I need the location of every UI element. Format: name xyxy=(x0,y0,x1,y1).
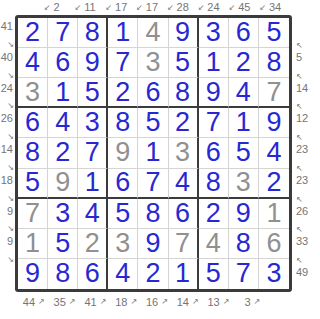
diagonal-sum-label: 26 xyxy=(296,206,308,217)
diagonal-sum-label: 13 xyxy=(207,297,219,308)
arrow-down-left-icon: ↙ xyxy=(259,4,266,13)
cell-r5c7[interactable]: 6 xyxy=(199,138,229,168)
cell-r9c4[interactable]: 4 xyxy=(108,259,138,289)
arrow-up-right-icon: ↗ xyxy=(254,297,261,306)
cell-r1c9[interactable]: 5 xyxy=(259,18,289,48)
cell-r8c2[interactable]: 5 xyxy=(48,229,78,259)
cell-r6c1[interactable]: 5 xyxy=(18,169,48,199)
diagonal-sum-label: 23 xyxy=(296,175,308,186)
cell-r1c4[interactable]: 1 xyxy=(108,18,138,48)
cell-r8c9[interactable]: 6 xyxy=(259,229,289,259)
arrow-down-right-icon: ↘ xyxy=(7,164,14,172)
little-killer-sudoku: ↙2↙11↙17↙17↙28↙24↙45↙34 41↘40↘24↘26↘14↘1… xyxy=(0,0,320,319)
cell-r9c5[interactable]: 2 xyxy=(138,259,168,289)
diagonal-sum-label: 11 xyxy=(84,2,95,13)
arrow-up-right-icon: ↗ xyxy=(161,297,168,306)
cell-r3c5[interactable]: 6 xyxy=(138,78,168,108)
cell-r7c5[interactable]: 8 xyxy=(138,199,168,229)
arrow-down-left-icon: ↙ xyxy=(167,4,174,13)
cell-r4c6[interactable]: 2 xyxy=(169,108,199,138)
clue-right-row9: ↖49 xyxy=(292,261,320,292)
clue-top-col2: ↙2 xyxy=(46,0,77,15)
arrow-down-right-icon: ↘ xyxy=(7,102,14,110)
clue-left-row1: 41↘ xyxy=(0,15,15,46)
diagonal-sum-label: 41 xyxy=(1,21,13,32)
arrow-up-left-icon: ↖ xyxy=(296,196,303,204)
cell-r6c2[interactable]: 9 xyxy=(48,169,78,199)
cell-r6c8[interactable]: 3 xyxy=(229,169,259,199)
cell-r7c3[interactable]: 4 xyxy=(78,199,108,229)
clue-bottom-col4: 18↗ xyxy=(107,292,138,319)
clue-bottom-col9 xyxy=(261,292,292,319)
cell-r4c5[interactable]: 5 xyxy=(138,108,168,138)
right-clues: ↖5↖14↖12↖23↖23↖26↖33↖49 xyxy=(292,15,320,292)
diagonal-sum-label: 18 xyxy=(115,297,127,308)
cell-r5c6[interactable]: 3 xyxy=(169,138,199,168)
arrow-up-left-icon: ↖ xyxy=(296,257,303,265)
diagonal-sum-label: 24 xyxy=(1,83,13,94)
clue-left-row7: 9↘ xyxy=(0,200,15,231)
cell-r1c1[interactable]: 2 xyxy=(18,18,48,48)
cell-r5c4[interactable]: 9 xyxy=(108,138,138,168)
cell-r2c3[interactable]: 9 xyxy=(78,48,108,78)
clue-top-col5: ↙17 xyxy=(138,0,169,15)
arrow-up-left-icon: ↖ xyxy=(296,103,303,111)
arrow-up-left-icon: ↖ xyxy=(296,165,303,173)
cell-r2c2[interactable]: 6 xyxy=(48,48,78,78)
diagonal-sum-label: 44 xyxy=(23,297,35,308)
clue-left-row4: 26↘ xyxy=(0,107,15,138)
cell-r8c7[interactable]: 4 xyxy=(199,229,229,259)
cell-r4c8[interactable]: 1 xyxy=(229,108,259,138)
diagonal-sum-label: 33 xyxy=(296,236,308,247)
cell-r1c2[interactable]: 7 xyxy=(48,18,78,48)
arrow-down-right-icon: ↘ xyxy=(7,225,14,233)
diagonal-sum-label: 26 xyxy=(1,113,13,124)
cell-r3c9[interactable]: 7 xyxy=(259,78,289,108)
diagonal-sum-label: 24 xyxy=(207,2,219,13)
cell-r7c1[interactable]: 7 xyxy=(18,199,48,229)
diagonal-sum-label: 23 xyxy=(296,144,308,155)
clue-left-row8: 9↘ xyxy=(0,230,15,261)
cell-r8c5[interactable]: 9 xyxy=(138,229,168,259)
diagonal-sum-label: 12 xyxy=(296,113,308,124)
cell-r1c7[interactable]: 3 xyxy=(199,18,229,48)
cell-r3c8[interactable]: 4 xyxy=(229,78,259,108)
clue-top-col8: ↙45 xyxy=(230,0,261,15)
arrow-down-right-icon: ↘ xyxy=(7,195,14,203)
arrow-up-right-icon: ↗ xyxy=(192,297,199,306)
cell-r5c9[interactable]: 4 xyxy=(259,138,289,168)
cell-r8c4[interactable]: 3 xyxy=(108,229,138,259)
cell-r5c8[interactable]: 5 xyxy=(229,138,259,168)
clue-bottom-col7: 13↗ xyxy=(200,292,231,319)
arrow-up-right-icon: ↗ xyxy=(100,297,107,306)
top-clues: ↙2↙11↙17↙17↙28↙24↙45↙34 xyxy=(15,0,292,15)
cell-r4c2[interactable]: 4 xyxy=(48,108,78,138)
arrow-down-right-icon: ↘ xyxy=(7,256,14,264)
diagonal-sum-label: 28 xyxy=(177,2,189,13)
cell-r9c9[interactable]: 3 xyxy=(259,259,289,289)
cell-r6c9[interactable]: 2 xyxy=(259,169,289,199)
clue-top-col9: ↙34 xyxy=(261,0,292,15)
cell-r3c7[interactable]: 9 xyxy=(199,78,229,108)
arrow-up-right-icon: ↗ xyxy=(69,297,76,306)
diagonal-sum-label: 5 xyxy=(296,52,302,63)
cell-r8c3[interactable]: 2 xyxy=(78,229,108,259)
cell-r3c2[interactable]: 1 xyxy=(48,78,78,108)
arrow-up-right-icon: ↗ xyxy=(223,297,230,306)
arrow-down-right-icon: ↘ xyxy=(7,133,14,141)
arrow-down-right-icon: ↘ xyxy=(7,72,14,80)
cell-r1c6[interactable]: 9 xyxy=(169,18,199,48)
arrow-down-left-icon: ↙ xyxy=(136,4,143,13)
cell-r6c5[interactable]: 7 xyxy=(138,169,168,199)
cell-r9c1[interactable]: 9 xyxy=(18,259,48,289)
arrow-up-left-icon: ↖ xyxy=(296,73,303,81)
cell-r8c1[interactable]: 1 xyxy=(18,229,48,259)
cell-r4c3[interactable]: 3 xyxy=(78,108,108,138)
cell-r7c6[interactable]: 6 xyxy=(169,199,199,229)
cell-r9c2[interactable]: 8 xyxy=(48,259,78,289)
cell-r5c5[interactable]: 1 xyxy=(138,138,168,168)
cell-r7c7[interactable]: 2 xyxy=(199,199,229,229)
cell-r6c6[interactable]: 4 xyxy=(169,169,199,199)
cell-r1c8[interactable]: 6 xyxy=(229,18,259,48)
diagonal-sum-label: 49 xyxy=(296,267,308,278)
cell-r8c8[interactable]: 8 xyxy=(229,229,259,259)
clue-left-row6: 18↘ xyxy=(0,169,15,200)
arrow-down-left-icon: ↙ xyxy=(105,4,112,13)
clue-bottom-col6: 14↗ xyxy=(169,292,200,319)
cell-r2c8[interactable]: 2 xyxy=(229,48,259,78)
diagonal-sum-label: 9 xyxy=(7,206,13,217)
clue-left-row2: 40↘ xyxy=(0,46,15,77)
arrow-up-right-icon: ↗ xyxy=(130,297,137,306)
cell-r2c1[interactable]: 4 xyxy=(18,48,48,78)
cell-r2c4[interactable]: 7 xyxy=(108,48,138,78)
clue-left-row3: 24↘ xyxy=(0,77,15,108)
diagonal-sum-label: 40 xyxy=(1,52,13,63)
cell-r1c3[interactable]: 8 xyxy=(78,18,108,48)
arrow-down-left-icon: ↙ xyxy=(228,4,235,13)
cell-r7c9[interactable]: 1 xyxy=(259,199,289,229)
clue-bottom-col8: 3↗ xyxy=(230,292,261,319)
sudoku-grid: 2781493654697351283152689476438527198279… xyxy=(15,15,292,292)
diagonal-sum-label: 14 xyxy=(296,83,308,94)
cell-r3c6[interactable]: 8 xyxy=(169,78,199,108)
cell-r4c9[interactable]: 9 xyxy=(259,108,289,138)
cell-r1c5[interactable]: 4 xyxy=(138,18,168,48)
clue-top-col3: ↙11 xyxy=(77,0,108,15)
diagonal-sum-label: 2 xyxy=(53,2,59,13)
clue-left-row5: 14↘ xyxy=(0,138,15,169)
diagonal-sum-label: 14 xyxy=(177,297,189,308)
cell-r8c6[interactable]: 7 xyxy=(169,229,199,259)
clue-bottom-col3: 41↗ xyxy=(77,292,108,319)
diagonal-sum-label: 14 xyxy=(1,144,13,155)
cell-r5c2[interactable]: 2 xyxy=(48,138,78,168)
diagonal-sum-label: 34 xyxy=(269,2,281,13)
diagonal-sum-label: 17 xyxy=(115,2,127,13)
cell-r7c8[interactable]: 9 xyxy=(229,199,259,229)
arrow-up-left-icon: ↖ xyxy=(296,226,303,234)
cell-r9c3[interactable]: 6 xyxy=(78,259,108,289)
clue-bottom-col2: 35↗ xyxy=(46,292,77,319)
cell-r6c7[interactable]: 8 xyxy=(199,169,229,199)
cell-r9c8[interactable]: 7 xyxy=(229,259,259,289)
cell-r4c1[interactable]: 6 xyxy=(18,108,48,138)
clue-top-col7: ↙24 xyxy=(200,0,231,15)
diagonal-sum-label: 9 xyxy=(7,236,13,247)
left-clues: 41↘40↘24↘26↘14↘18↘9↘9↘ xyxy=(0,15,15,292)
diagonal-sum-label: 35 xyxy=(54,297,66,308)
cell-r2c6[interactable]: 5 xyxy=(169,48,199,78)
cell-r4c4[interactable]: 8 xyxy=(108,108,138,138)
cell-r3c4[interactable]: 2 xyxy=(108,78,138,108)
clue-left-row9 xyxy=(0,261,15,292)
arrow-down-left-icon: ↙ xyxy=(75,4,82,13)
clue-bottom-col5: 16↗ xyxy=(138,292,169,319)
cell-r9c7[interactable]: 5 xyxy=(199,259,229,289)
cell-r3c3[interactable]: 5 xyxy=(78,78,108,108)
clue-top-col1 xyxy=(15,0,46,15)
diagonal-sum-label: 41 xyxy=(84,297,96,308)
diagonal-sum-label: 17 xyxy=(146,2,158,13)
diagonal-sum-label: 18 xyxy=(1,175,13,186)
cell-r5c1[interactable]: 8 xyxy=(18,138,48,168)
clue-top-col6: ↙28 xyxy=(169,0,200,15)
bottom-clues: 44↗35↗41↗18↗16↗14↗13↗3↗ xyxy=(15,292,292,319)
cell-r4c7[interactable]: 7 xyxy=(199,108,229,138)
clue-bottom-col1: 44↗ xyxy=(15,292,46,319)
arrow-up-left-icon: ↖ xyxy=(296,134,303,142)
cell-r5c3[interactable]: 7 xyxy=(78,138,108,168)
cell-r3c1[interactable]: 3 xyxy=(18,78,48,108)
arrow-down-left-icon: ↙ xyxy=(44,4,51,13)
cell-r2c5[interactable]: 3 xyxy=(138,48,168,78)
diagonal-sum-label: 16 xyxy=(146,297,158,308)
arrow-down-right-icon: ↘ xyxy=(7,41,14,49)
cell-r2c9[interactable]: 8 xyxy=(259,48,289,78)
cell-r7c4[interactable]: 5 xyxy=(108,199,138,229)
diagonal-sum-label: 45 xyxy=(238,2,250,13)
arrow-up-left-icon: ↖ xyxy=(296,42,303,50)
arrow-up-right-icon: ↗ xyxy=(38,297,45,306)
arrow-down-left-icon: ↙ xyxy=(198,4,205,13)
clue-top-col4: ↙17 xyxy=(107,0,138,15)
cell-r6c3[interactable]: 1 xyxy=(78,169,108,199)
diagonal-sum-label: 3 xyxy=(244,297,250,308)
cell-r6c4[interactable]: 6 xyxy=(108,169,138,199)
cell-r2c7[interactable]: 1 xyxy=(199,48,229,78)
cell-r7c2[interactable]: 3 xyxy=(48,199,78,229)
cell-r9c6[interactable]: 1 xyxy=(169,259,199,289)
